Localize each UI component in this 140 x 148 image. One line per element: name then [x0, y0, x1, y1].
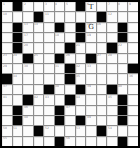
grid-cell-r9c13[interactable]	[128, 85, 138, 94]
grid-cell-r13c13[interactable]	[128, 126, 138, 135]
grid-cell-r12c10[interactable]	[97, 116, 107, 125]
block-cell-r11c6	[55, 106, 65, 115]
grid-cell-r7c8[interactable]: 32	[76, 64, 86, 73]
grid-cell-r12c4[interactable]	[34, 116, 44, 125]
clue-number: 24	[13, 53, 17, 56]
block-cell-r13c10	[97, 126, 107, 135]
block-cell-r2c10	[97, 12, 107, 21]
clue-number: 10	[3, 12, 7, 15]
block-cell-r5c2	[13, 43, 23, 52]
grid-cell-r8c12[interactable]	[118, 74, 128, 83]
block-cell-r13c4	[34, 126, 44, 135]
grid-cell-r7c12[interactable]	[118, 64, 128, 73]
grid-cell-r2c12[interactable]	[118, 12, 128, 21]
grid-cell-r8c5[interactable]	[44, 74, 54, 83]
clue-number: 47	[66, 105, 70, 108]
grid-cell-r10c13[interactable]	[128, 95, 138, 104]
grid-cell-r2c8[interactable]	[76, 12, 86, 21]
clue-number: 8	[118, 2, 120, 5]
block-cell-r4c8	[76, 33, 86, 42]
grid-cell-r6c11[interactable]: 28	[107, 54, 117, 63]
grid-cell-r11c11[interactable]	[107, 106, 117, 115]
block-cell-r10c12	[118, 95, 128, 104]
grid-cell-r5c1[interactable]	[2, 43, 12, 52]
grid-cell-r4c1[interactable]	[2, 33, 12, 42]
clue-number: 14	[34, 22, 38, 25]
block-cell-r10c3	[23, 95, 33, 104]
clue-number: 13	[24, 22, 28, 25]
grid-cell-r5c13[interactable]	[128, 43, 138, 52]
clue-number: 7	[108, 2, 110, 5]
grid-cell-r14c1[interactable]: 55	[2, 137, 12, 146]
block-cell-r9c5	[44, 85, 54, 94]
block-cell-r4c12	[118, 33, 128, 42]
clue-number: 19	[87, 33, 91, 36]
grid-cell-r8c2[interactable]: 34	[13, 74, 23, 83]
grid-cell-r14c4[interactable]	[34, 137, 44, 146]
grid-cell-r13c2[interactable]: 51	[13, 126, 23, 135]
grid-cell-r5c4[interactable]	[34, 43, 44, 52]
grid-cell-r2c7[interactable]	[65, 12, 75, 21]
clue-number: 20	[24, 43, 28, 46]
clue-number: 12	[108, 12, 112, 15]
block-cell-r11c12	[118, 106, 128, 115]
clue-number: 4	[55, 2, 57, 5]
clue-number: 35	[76, 74, 80, 77]
clue-number: 56	[66, 136, 70, 139]
grid-cell-r12c13[interactable]	[128, 116, 138, 125]
clue-number: 43	[45, 95, 49, 98]
clue-number: 22	[118, 43, 122, 46]
grid-cell-r5c12[interactable]: 22	[118, 43, 128, 52]
grid-cell-r8c13[interactable]: 36	[128, 74, 138, 83]
grid-cell-r10c5[interactable]: 43	[44, 95, 54, 104]
grid-cell-r11c5[interactable]	[44, 106, 54, 115]
grid-cell-r12c7[interactable]	[65, 116, 75, 125]
grid-cell-r7c9[interactable]: 33	[86, 64, 96, 73]
grid-cell-r4c11[interactable]	[107, 33, 117, 42]
grid-cell-r7c1[interactable]: 29	[2, 64, 12, 73]
grid-cell-r10c10[interactable]	[97, 95, 107, 104]
grid-cell-r6c12[interactable]	[118, 54, 128, 63]
block-cell-r14c6	[55, 137, 65, 146]
grid-cell-r6c8[interactable]	[76, 54, 86, 63]
grid-cell-r1c11[interactable]: 7	[107, 2, 117, 11]
block-cell-r6c9	[86, 54, 96, 63]
block-cell-r12c6	[55, 116, 65, 125]
grid-cell-r10c6[interactable]	[55, 95, 65, 104]
clue-number: 48	[24, 115, 28, 118]
block-cell-r5c11	[107, 43, 117, 52]
clue-number: 26	[66, 53, 70, 56]
clue-number: 28	[108, 53, 112, 56]
grid-cell-r1c12[interactable]: 8	[118, 2, 128, 11]
grid-cell-r11c10[interactable]	[97, 106, 107, 115]
grid-cell-r4c5[interactable]	[44, 33, 54, 42]
clue-number: 51	[13, 126, 17, 129]
grid-cell-r12c5[interactable]	[44, 116, 54, 125]
block-cell-r3c8	[76, 23, 86, 32]
grid-cell-r1c3[interactable]: 2	[23, 2, 33, 11]
grid-cell-r9c1[interactable]: 37	[2, 85, 12, 94]
grid-cell-r5c8[interactable]: 21	[76, 43, 86, 52]
clue-number: 33	[87, 64, 91, 67]
clue-number: 52	[45, 126, 49, 129]
clue-number: 17	[24, 33, 28, 36]
grid-cell-r3c3[interactable]: 13	[23, 23, 33, 32]
clue-number: 54	[108, 126, 112, 129]
grid-cell-r13c3[interactable]	[23, 126, 33, 135]
grid-cell-r9c3[interactable]	[23, 85, 33, 94]
grid-cell-r7c11[interactable]	[107, 64, 117, 73]
grid-cell-r8c10[interactable]	[97, 74, 107, 83]
grid-cell-r7c6[interactable]: 31	[55, 64, 65, 73]
grid-cell-r13c5[interactable]: 52	[44, 126, 54, 135]
block-cell-r4c2	[13, 33, 23, 42]
clue-number: 37	[3, 84, 7, 87]
grid-cell-r10c4[interactable]: 42	[34, 95, 44, 104]
grid-cell-r5c6[interactable]	[55, 43, 65, 52]
grid-cell-r9c4[interactable]	[34, 85, 44, 94]
grid-cell-r10c2[interactable]	[13, 95, 23, 104]
grid-cell-r12c9[interactable]: 49	[86, 116, 96, 125]
crossword-board: 123456T789101112131415G16171819202122232…	[1, 1, 139, 147]
block-cell-r8c7	[65, 74, 75, 83]
grid-cell-r8c4[interactable]	[34, 74, 44, 83]
block-cell-r1c8	[76, 2, 86, 11]
grid-cell-r4c7[interactable]	[65, 33, 75, 42]
grid-cell-r2c5[interactable]: 11	[44, 12, 54, 21]
grid-cell-r4c6[interactable]: 18	[55, 33, 65, 42]
grid-cell-r14c5[interactable]	[44, 137, 54, 146]
block-cell-r6c6	[55, 54, 65, 63]
grid-cell-r2c9[interactable]	[86, 12, 96, 21]
grid-cell-r9c9[interactable]: 39	[86, 85, 96, 94]
grid-cell-r10c11[interactable]: 45	[107, 95, 117, 104]
grid-cell-r14c3[interactable]	[23, 137, 33, 146]
grid-cell-r4c3[interactable]: 17	[23, 33, 33, 42]
grid-cell-r3c9[interactable]: 15G	[86, 23, 96, 32]
block-cell-r2c4	[34, 12, 44, 21]
clue-number: 46	[24, 105, 28, 108]
clue-number: 44	[76, 95, 80, 98]
block-cell-r9c11	[107, 85, 117, 94]
grid-cell-r1c4[interactable]	[34, 2, 44, 11]
grid-cell-r11c1[interactable]	[2, 106, 12, 115]
grid-cell-r1c5[interactable]: 3	[44, 2, 54, 11]
grid-cell-r3c5[interactable]	[44, 23, 54, 32]
grid-cell-r6c10[interactable]: 27	[97, 54, 107, 63]
grid-cell-r10c9[interactable]	[86, 95, 96, 104]
grid-cell-r14c7[interactable]: 56	[65, 137, 75, 146]
grid-cell-r3c11[interactable]	[107, 23, 117, 32]
block-cell-r12c8	[76, 116, 86, 125]
block-cell-r3c12	[118, 23, 128, 32]
grid-cell-r11c13[interactable]	[128, 106, 138, 115]
clue-number: 9	[129, 2, 131, 5]
grid-cell-r9c2[interactable]	[13, 85, 23, 94]
block-cell-r6c3	[23, 54, 33, 63]
cell-letter: G	[86, 24, 96, 32]
clue-number: 27	[97, 53, 101, 56]
block-cell-r3c6	[55, 23, 65, 32]
grid-cell-r7c2[interactable]	[13, 64, 23, 73]
clue-number: 39	[87, 84, 91, 87]
grid-cell-r2c2[interactable]	[13, 12, 23, 21]
grid-cell-r5c10[interactable]	[97, 43, 107, 52]
grid-cell-r6c4[interactable]: 25	[34, 54, 44, 63]
grid-cell-r12c3[interactable]: 48	[23, 116, 33, 125]
grid-cell-r7c4[interactable]	[34, 64, 44, 73]
grid-cell-r7c3[interactable]: 30	[23, 64, 33, 73]
clue-number: 36	[129, 74, 133, 77]
grid-cell-r10c8[interactable]: 44	[76, 95, 86, 104]
grid-cell-r1c9[interactable]: 6T	[86, 2, 96, 11]
grid-cell-r3c4[interactable]: 14	[34, 23, 44, 32]
clue-number: 11	[45, 12, 49, 15]
grid-cell-r6c1[interactable]: 23	[2, 54, 12, 63]
block-cell-r3c2	[13, 23, 23, 32]
grid-cell-r4c13[interactable]	[128, 33, 138, 42]
grid-cell-r8c11[interactable]	[107, 74, 117, 83]
grid-cell-r14c11[interactable]	[107, 137, 117, 146]
grid-cell-r14c2[interactable]	[13, 137, 23, 146]
block-cell-r12c2	[13, 116, 23, 125]
block-cell-r5c7	[65, 43, 75, 52]
clue-number: 31	[55, 64, 59, 67]
block-cell-r7c7	[65, 64, 75, 73]
grid-cell-r1c1[interactable]: 1	[2, 2, 12, 11]
grid-cell-r14c9[interactable]	[86, 137, 96, 146]
clue-number: 49	[87, 115, 91, 118]
block-cell-r12c12	[118, 116, 128, 125]
grid-cell-r13c6[interactable]	[55, 126, 65, 135]
clue-number: 30	[24, 64, 28, 67]
grid-cell-r6c5[interactable]	[44, 54, 54, 63]
clue-number: 18	[55, 33, 59, 36]
grid-cell-r9c6[interactable]: 38	[55, 85, 65, 94]
grid-cell-r7c10[interactable]	[97, 64, 107, 73]
grid-cell-r12c11[interactable]	[107, 116, 117, 125]
block-cell-r8c1	[2, 74, 12, 83]
grid-cell-r1c6[interactable]: 4	[55, 2, 65, 11]
grid-cell-r3c13[interactable]	[128, 23, 138, 32]
clue-number: 34	[13, 74, 17, 77]
grid-cell-r9c12[interactable]: 40	[118, 85, 128, 94]
grid-cell-r5c9[interactable]	[86, 43, 96, 52]
clue-number: 16	[97, 22, 101, 25]
clue-number: 29	[3, 64, 7, 67]
grid-cell-r9c7[interactable]	[65, 85, 75, 94]
grid-cell-r8c8[interactable]: 35	[76, 74, 86, 83]
grid-cell-r1c7[interactable]: 5	[65, 2, 75, 11]
grid-cell-r4c10[interactable]	[97, 33, 107, 42]
crossword-puzzle: 123456T789101112131415G16171819202122232…	[0, 0, 140, 148]
clue-number: 21	[76, 43, 80, 46]
clue-number: 50	[3, 126, 7, 129]
grid-cell-r13c9[interactable]	[86, 126, 96, 135]
clue-number: 42	[34, 95, 38, 98]
grid-cell-r2c3[interactable]	[23, 12, 33, 21]
grid-cell-r14c13[interactable]	[128, 137, 138, 146]
grid-cell-r8c3[interactable]	[23, 74, 33, 83]
clue-number: 32	[76, 64, 80, 67]
clue-number: 2	[24, 2, 26, 5]
cell-letter: T	[86, 3, 96, 11]
grid-cell-r13c7[interactable]	[65, 126, 75, 135]
grid-cell-r13c8[interactable]: 53	[76, 126, 86, 135]
grid-cell-r5c5[interactable]	[44, 43, 54, 52]
grid-cell-r4c4[interactable]	[34, 33, 44, 42]
grid-cell-r2c13[interactable]	[128, 12, 138, 21]
clue-number: 23	[3, 53, 7, 56]
grid-cell-r12c1[interactable]	[2, 116, 12, 125]
grid-cell-r11c7[interactable]: 47	[65, 106, 75, 115]
grid-cell-r8c9[interactable]	[86, 74, 96, 83]
grid-cell-r8c6[interactable]	[55, 74, 65, 83]
grid-cell-r3c7[interactable]	[65, 23, 75, 32]
grid-cell-r6c7[interactable]: 26	[65, 54, 75, 63]
clue-number: 53	[76, 126, 80, 129]
block-cell-r11c2	[13, 106, 23, 115]
clue-number: 41	[3, 95, 7, 98]
grid-cell-r2c1[interactable]: 10	[2, 12, 12, 21]
clue-number: 1	[3, 2, 5, 5]
grid-cell-r2c11[interactable]: 12	[107, 12, 117, 21]
clue-number: 25	[34, 53, 38, 56]
grid-cell-r2c6[interactable]	[55, 12, 65, 21]
grid-cell-r7c5[interactable]	[44, 64, 54, 73]
block-cell-r9c8	[76, 85, 86, 94]
clue-number: 40	[118, 84, 122, 87]
block-cell-r10c7	[65, 95, 75, 104]
grid-cell-r3c1[interactable]	[2, 23, 12, 32]
block-cell-r1c2	[13, 2, 23, 11]
block-cell-r14c12	[118, 137, 128, 146]
clue-number: 55	[3, 136, 7, 139]
grid-cell-r3c10[interactable]: 16	[97, 23, 107, 32]
grid-cell-r1c10[interactable]	[97, 2, 107, 11]
block-cell-r7c13	[128, 64, 138, 73]
clue-number: 38	[55, 84, 59, 87]
grid-cell-r11c4[interactable]	[34, 106, 44, 115]
grid-cell-r5c3[interactable]: 20	[23, 43, 33, 52]
grid-cell-r13c11[interactable]: 54	[107, 126, 117, 135]
grid-cell-r1c13[interactable]: 9	[128, 2, 138, 11]
grid-cell-r6c2[interactable]: 24	[13, 54, 23, 63]
grid-cell-r13c12[interactable]	[118, 126, 128, 135]
grid-cell-r9c10[interactable]	[97, 85, 107, 94]
clue-number: 45	[108, 95, 112, 98]
grid-cell-r11c8[interactable]	[76, 106, 86, 115]
grid-cell-r4c9[interactable]: 19	[86, 33, 96, 42]
grid-cell-r6c13[interactable]	[128, 54, 138, 63]
grid-cell-r13c1[interactable]: 50	[2, 126, 12, 135]
clue-number: 3	[45, 2, 47, 5]
clue-number: 5	[66, 2, 68, 5]
grid-cell-r10c1[interactable]: 41	[2, 95, 12, 104]
grid-cell-r14c8[interactable]	[76, 137, 86, 146]
grid-cell-r14c10[interactable]	[97, 137, 107, 146]
